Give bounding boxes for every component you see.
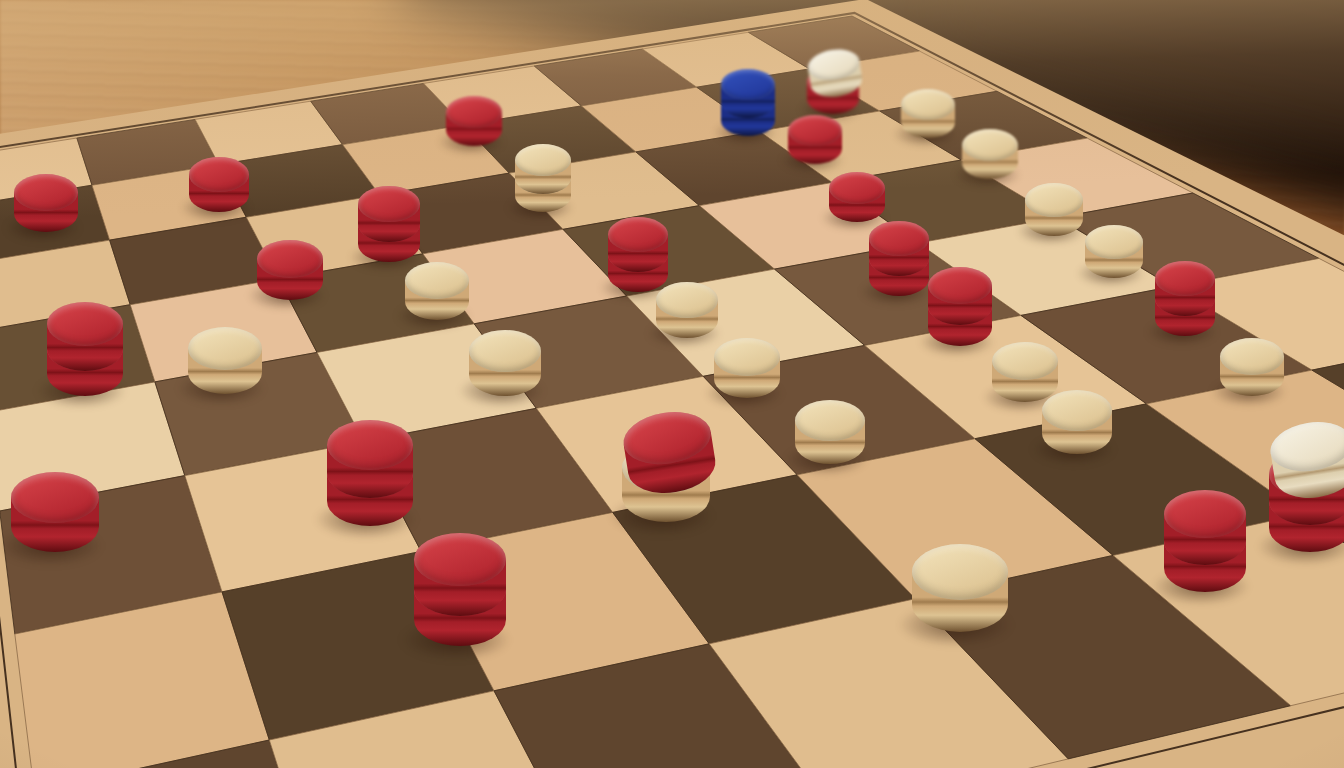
disk-cap — [327, 420, 413, 470]
disk-red — [446, 96, 502, 146]
piece-red-red-white-h1[interactable] — [1269, 423, 1344, 552]
disk-cap — [257, 240, 323, 278]
disk-cap — [901, 89, 955, 120]
piece-cream-f1[interactable] — [912, 544, 1008, 632]
piece-cream-f4[interactable] — [714, 338, 780, 398]
disk-cap — [1025, 183, 1083, 217]
disk-cream — [795, 400, 865, 464]
disk-cap — [1220, 338, 1284, 375]
piece-red-a3[interactable] — [11, 472, 99, 552]
piece-red-d8[interactable] — [446, 96, 502, 146]
piece-red-red-a5[interactable] — [47, 302, 123, 396]
disk-red — [788, 115, 842, 164]
disk-cream — [469, 330, 541, 396]
piece-red-a8[interactable] — [14, 174, 78, 232]
disk-cream — [1220, 338, 1284, 396]
disk-cap — [446, 96, 502, 128]
piece-cream-cream-e7[interactable] — [515, 144, 571, 212]
piece-cream-h4[interactable] — [1085, 225, 1143, 278]
disk-red — [257, 240, 323, 300]
piece-red-red-d7[interactable] — [358, 186, 420, 262]
disk-red — [869, 221, 929, 276]
disk-cap — [11, 472, 99, 523]
disk-cream — [1042, 390, 1112, 454]
disk-cap — [515, 144, 571, 176]
disk-cap — [14, 174, 78, 211]
disk-blue — [721, 69, 775, 118]
piece-cream-h5[interactable] — [1025, 183, 1083, 236]
disk-red — [928, 267, 992, 325]
disk-white — [806, 46, 865, 101]
piece-red-g7[interactable] — [788, 115, 842, 164]
disk-cream — [901, 89, 955, 138]
disk-red — [414, 533, 506, 616]
disk-cap — [358, 186, 420, 222]
piece-cream-f5[interactable] — [656, 282, 718, 338]
disk-cap — [608, 217, 668, 252]
piece-red-g6[interactable] — [829, 172, 885, 222]
disk-red — [47, 302, 123, 371]
disk-cap — [714, 338, 780, 376]
piece-red-red-c4[interactable] — [327, 420, 413, 526]
disk-cap — [47, 302, 123, 346]
piece-red-red-g5[interactable] — [869, 221, 929, 296]
disk-red — [608, 217, 668, 272]
piece-red-red-g4[interactable] — [928, 267, 992, 346]
disk-cap — [656, 282, 718, 318]
piece-cream-d6[interactable] — [405, 262, 469, 320]
disk-cap — [869, 221, 929, 256]
disk-red — [358, 186, 420, 242]
disk-cream — [912, 544, 1008, 632]
disk-red — [14, 174, 78, 232]
piece-cream-h7[interactable] — [901, 89, 955, 138]
disk-cream — [1025, 183, 1083, 236]
pieces-layer — [0, 0, 1344, 768]
disk-cap — [1042, 390, 1112, 431]
disk-red — [189, 157, 249, 212]
disk-cream — [1085, 225, 1143, 278]
disk-cap — [414, 533, 506, 586]
piece-cream-h6[interactable] — [962, 129, 1018, 179]
disk-cap — [992, 342, 1058, 380]
disk-cream — [656, 282, 718, 338]
disk-cap — [469, 330, 541, 372]
disk-cap — [188, 327, 262, 370]
piece-cream-g2[interactable] — [1042, 390, 1112, 454]
disk-cap — [912, 544, 1008, 600]
piece-cream-f3[interactable] — [795, 400, 865, 464]
piece-red-red-h3[interactable] — [1155, 261, 1215, 336]
piece-blue-blue-g8[interactable] — [721, 69, 775, 136]
disk-cream — [188, 327, 262, 394]
disk-cap — [829, 172, 885, 204]
piece-cream-b5[interactable] — [188, 327, 262, 394]
disk-cap — [1085, 225, 1143, 259]
piece-red-white-h8[interactable] — [807, 50, 859, 114]
disk-cream — [714, 338, 780, 398]
piece-red-red-g1[interactable] — [1164, 490, 1246, 592]
piece-red-red-c3[interactable] — [414, 533, 506, 646]
disk-cap — [189, 157, 249, 192]
disk-cap — [795, 400, 865, 441]
disk-cream — [962, 129, 1018, 179]
piece-red-red-f6[interactable] — [608, 217, 668, 292]
piece-cream-red-e3[interactable] — [622, 413, 710, 522]
disk-cap — [721, 69, 775, 100]
piece-red-c7[interactable] — [257, 240, 323, 300]
disk-white — [1267, 417, 1344, 504]
disk-red — [327, 420, 413, 498]
piece-red-b8[interactable] — [189, 157, 249, 212]
piece-cream-h2[interactable] — [1220, 338, 1284, 396]
disk-red — [620, 406, 719, 499]
piece-cream-d5[interactable] — [469, 330, 541, 396]
disk-red — [829, 172, 885, 222]
disk-cap — [1155, 261, 1215, 296]
disk-cap — [788, 115, 842, 146]
disk-cap — [928, 267, 992, 304]
scene — [0, 0, 1344, 768]
disk-cap — [405, 262, 469, 299]
disk-cream — [405, 262, 469, 320]
disk-red — [1164, 490, 1246, 565]
disk-cream — [515, 144, 571, 194]
disk-red — [1155, 261, 1215, 316]
disk-cap — [1164, 490, 1246, 538]
disk-red — [11, 472, 99, 552]
disk-cap — [962, 129, 1018, 161]
